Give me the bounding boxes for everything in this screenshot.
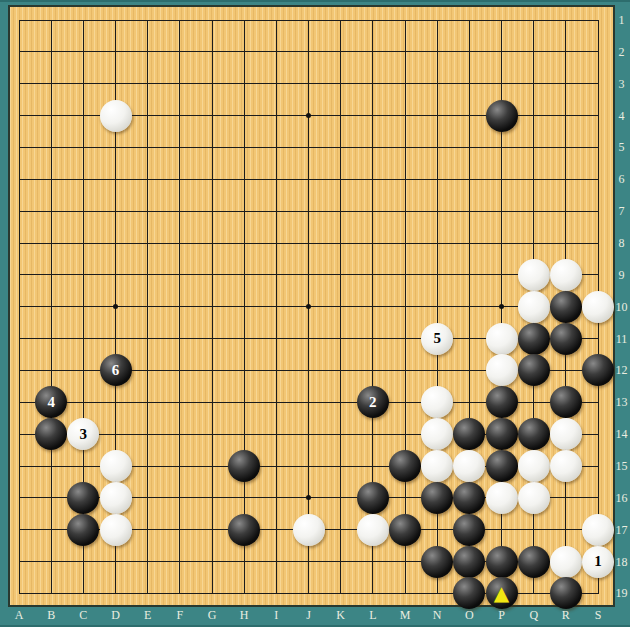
row-label-4: 4 <box>613 108 630 124</box>
stone-h15 <box>228 450 260 482</box>
stone-r13 <box>550 386 582 418</box>
column-label-r: R <box>556 606 576 624</box>
row-label-5: 5 <box>613 139 630 155</box>
stone-p19: ▲ <box>486 577 518 609</box>
row-label-14: 14 <box>613 426 630 442</box>
stone-r11 <box>550 323 582 355</box>
stone-p16 <box>486 482 518 514</box>
column-label-g: G <box>202 606 222 624</box>
stone-b13: 4 <box>35 386 67 418</box>
stone-q9 <box>518 259 550 291</box>
column-label-k: K <box>331 606 351 624</box>
stone-o19 <box>453 577 485 609</box>
move-number-label: 6 <box>112 363 120 378</box>
row-label-9: 9 <box>613 267 630 283</box>
move-number-label: 1 <box>594 554 602 569</box>
stone-o18 <box>453 546 485 578</box>
stone-h17 <box>228 514 260 546</box>
row-label-3: 3 <box>613 76 630 92</box>
stone-n18 <box>421 546 453 578</box>
stone-p12 <box>486 354 518 386</box>
column-label-e: E <box>138 606 158 624</box>
stone-s10 <box>582 291 614 323</box>
last-move-triangle-marker: ▲ <box>494 583 509 603</box>
stone-r15 <box>550 450 582 482</box>
stone-m17 <box>389 514 421 546</box>
stone-d15 <box>100 450 132 482</box>
row-label-11: 11 <box>613 331 630 347</box>
go-board[interactable]: 564231▲ <box>10 7 613 605</box>
row-label-12: 12 <box>613 362 630 378</box>
stone-s12 <box>582 354 614 386</box>
move-number-label: 5 <box>433 331 441 346</box>
stone-q10 <box>518 291 550 323</box>
column-label-q: Q <box>524 606 544 624</box>
stone-q14 <box>518 418 550 450</box>
column-label-d: D <box>106 606 126 624</box>
go-diagram-app: 564231▲ ABCDEFGHIJKLMNOPQRS 123456789101… <box>0 0 630 627</box>
row-label-18: 18 <box>613 554 630 570</box>
stone-n11: 5 <box>421 323 453 355</box>
stone-l13: 2 <box>357 386 389 418</box>
star-point <box>306 495 311 500</box>
column-label-o: O <box>459 606 479 624</box>
stone-n14 <box>421 418 453 450</box>
grid-line-vertical <box>340 20 341 594</box>
column-label-l: L <box>363 606 383 624</box>
stone-r19 <box>550 577 582 609</box>
stone-d16 <box>100 482 132 514</box>
stone-q12 <box>518 354 550 386</box>
stone-d17 <box>100 514 132 546</box>
stone-c14: 3 <box>67 418 99 450</box>
stone-s17 <box>582 514 614 546</box>
row-label-6: 6 <box>613 171 630 187</box>
stone-o15 <box>453 450 485 482</box>
column-label-m: M <box>395 606 415 624</box>
stone-j17 <box>293 514 325 546</box>
stone-p15 <box>486 450 518 482</box>
stone-o16 <box>453 482 485 514</box>
stone-l16 <box>357 482 389 514</box>
stone-p14 <box>486 418 518 450</box>
column-label-a: A <box>9 606 29 624</box>
grid-line-vertical <box>405 20 406 594</box>
stone-d12: 6 <box>100 354 132 386</box>
stone-o17 <box>453 514 485 546</box>
stone-c17 <box>67 514 99 546</box>
column-label-h: H <box>234 606 254 624</box>
row-label-7: 7 <box>613 203 630 219</box>
move-number-label: 4 <box>47 395 55 410</box>
column-label-f: F <box>170 606 190 624</box>
column-label-n: N <box>427 606 447 624</box>
stone-r9 <box>550 259 582 291</box>
stone-q16 <box>518 482 550 514</box>
stone-n15 <box>421 450 453 482</box>
row-label-2: 2 <box>613 44 630 60</box>
stone-s18: 1 <box>582 546 614 578</box>
stone-p11 <box>486 323 518 355</box>
stone-p4 <box>486 100 518 132</box>
star-point <box>306 113 311 118</box>
stone-c16 <box>67 482 99 514</box>
column-label-j: J <box>299 606 319 624</box>
stone-p13 <box>486 386 518 418</box>
stone-r18 <box>550 546 582 578</box>
row-label-1: 1 <box>613 12 630 28</box>
move-number-label: 2 <box>369 395 377 410</box>
window-top-edge <box>0 0 630 2</box>
stone-d4 <box>100 100 132 132</box>
move-number-label: 3 <box>80 427 88 442</box>
stone-n16 <box>421 482 453 514</box>
row-label-16: 16 <box>613 490 630 506</box>
stone-q11 <box>518 323 550 355</box>
stone-q18 <box>518 546 550 578</box>
column-label-b: B <box>41 606 61 624</box>
stone-o14 <box>453 418 485 450</box>
stone-r10 <box>550 291 582 323</box>
stone-m15 <box>389 450 421 482</box>
star-point <box>113 304 118 309</box>
stone-l17 <box>357 514 389 546</box>
row-label-15: 15 <box>613 458 630 474</box>
stone-n13 <box>421 386 453 418</box>
column-label-p: P <box>492 606 512 624</box>
stone-q15 <box>518 450 550 482</box>
stone-p18 <box>486 546 518 578</box>
row-label-8: 8 <box>613 235 630 251</box>
row-label-19: 19 <box>613 585 630 601</box>
row-label-17: 17 <box>613 522 630 538</box>
stone-r14 <box>550 418 582 450</box>
row-label-13: 13 <box>613 394 630 410</box>
row-label-10: 10 <box>613 299 630 315</box>
column-label-s: S <box>588 606 608 624</box>
star-point <box>499 304 504 309</box>
stone-b14 <box>35 418 67 450</box>
star-point <box>306 304 311 309</box>
column-label-i: I <box>266 606 286 624</box>
column-label-c: C <box>73 606 93 624</box>
